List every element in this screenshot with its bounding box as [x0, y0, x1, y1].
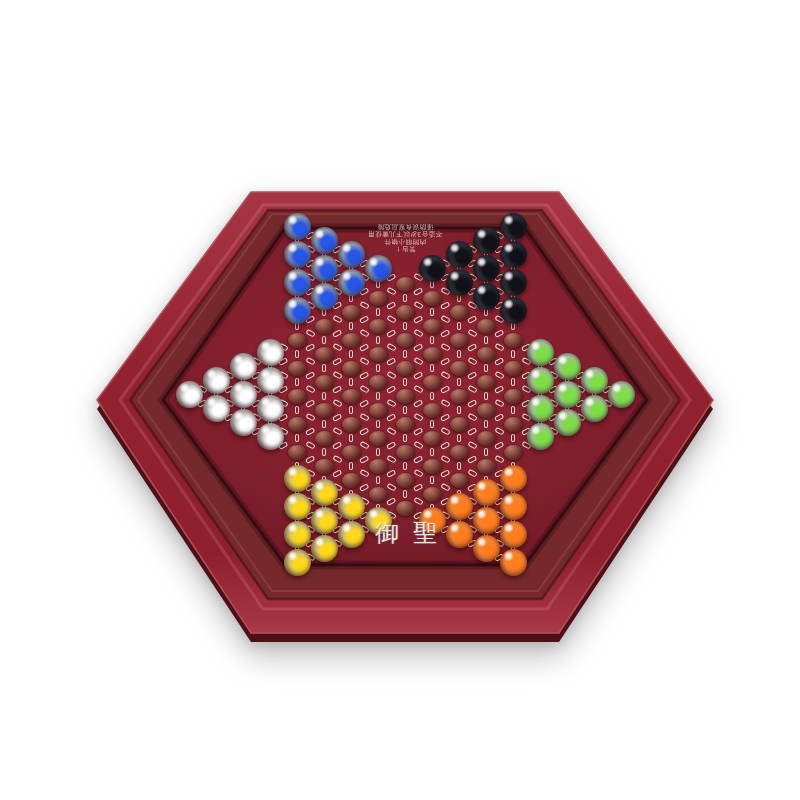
board-hole[interactable] [396, 445, 415, 460]
hole-connector-dash [360, 329, 370, 337]
hole-connector-dash [403, 490, 408, 499]
marble-black[interactable] [473, 283, 500, 310]
board-hole[interactable] [315, 375, 334, 390]
hole-connector-dash [376, 308, 381, 317]
hole-connector-dash [333, 427, 343, 435]
hole-connector-dash [306, 399, 316, 407]
board-hole[interactable] [477, 375, 496, 390]
board-hole[interactable] [396, 389, 415, 404]
board-hole[interactable] [369, 347, 388, 362]
hole-connector-dash [306, 371, 316, 379]
hole-connector-dash [360, 469, 370, 477]
hole-connector-dash [333, 357, 343, 365]
hole-connector-dash [322, 364, 327, 373]
marble-orange[interactable] [500, 493, 527, 520]
hole-connector-dash [306, 343, 316, 351]
board-hole[interactable] [504, 445, 523, 460]
marble-white[interactable] [203, 367, 230, 394]
board-hole[interactable] [423, 291, 442, 306]
hole-connector-dash [414, 441, 424, 449]
marble-blue[interactable] [311, 255, 338, 282]
board-hole[interactable] [315, 403, 334, 418]
hole-connector-dash [468, 315, 478, 323]
hole-connector-dash [430, 448, 435, 457]
hole-connector-dash [306, 385, 316, 393]
hole-connector-dash [441, 441, 451, 449]
marble-orange[interactable] [500, 549, 527, 576]
marble-white[interactable] [230, 381, 257, 408]
marble-black[interactable] [473, 255, 500, 282]
marble-yellow[interactable] [284, 465, 311, 492]
marble-black[interactable] [500, 241, 527, 268]
hole-connector-dash [387, 357, 397, 365]
hole-connector-dash [495, 343, 505, 351]
hole-connector-dash [414, 455, 424, 463]
hole-connector-dash [414, 427, 424, 435]
marble-white[interactable] [257, 367, 284, 394]
marble-white[interactable] [230, 409, 257, 436]
board-hole[interactable] [342, 333, 361, 348]
hole-connector-dash [495, 413, 505, 421]
board-hole[interactable] [450, 305, 469, 320]
hole-connector-dash [484, 364, 489, 373]
hole-connector-dash [414, 343, 424, 351]
hole-connector-dash [306, 427, 316, 435]
board-hole[interactable] [477, 319, 496, 334]
marble-orange[interactable] [446, 493, 473, 520]
board-hole[interactable] [450, 333, 469, 348]
board-hole[interactable] [315, 347, 334, 362]
hole-connector-dash [414, 315, 424, 323]
marble-black[interactable] [500, 269, 527, 296]
marble-green[interactable] [554, 381, 581, 408]
marble-green[interactable] [527, 367, 554, 394]
marble-yellow[interactable] [338, 493, 365, 520]
hole-connector-dash [441, 385, 451, 393]
board-hole[interactable] [423, 347, 442, 362]
marble-orange[interactable] [473, 479, 500, 506]
marble-white[interactable] [230, 353, 257, 380]
board-hole[interactable] [369, 319, 388, 334]
hole-connector-dash [457, 378, 462, 387]
play-layer [0, 0, 800, 800]
hole-connector-dash [441, 329, 451, 337]
board-hole[interactable] [342, 305, 361, 320]
board-hole[interactable] [504, 361, 523, 376]
board-hole[interactable] [396, 501, 415, 516]
board-hole[interactable] [315, 431, 334, 446]
hole-connector-dash [387, 371, 397, 379]
board-hole[interactable] [288, 333, 307, 348]
marble-green[interactable] [554, 409, 581, 436]
hole-connector-dash [360, 371, 370, 379]
board-hole[interactable] [342, 389, 361, 404]
hole-connector-dash [414, 399, 424, 407]
hole-connector-dash [360, 343, 370, 351]
hole-connector-dash [387, 427, 397, 435]
marble-green[interactable] [527, 395, 554, 422]
board-hole[interactable] [396, 361, 415, 376]
hole-connector-dash [360, 399, 370, 407]
marble-green[interactable] [608, 381, 635, 408]
board-hole[interactable] [342, 417, 361, 432]
hole-connector-dash [403, 378, 408, 387]
hole-connector-dash [484, 392, 489, 401]
board-hole[interactable] [288, 389, 307, 404]
board-hole[interactable] [450, 445, 469, 460]
hole-connector-dash [468, 469, 478, 477]
board-hole[interactable] [288, 445, 307, 460]
board-hole[interactable] [477, 431, 496, 446]
board-hole[interactable] [423, 319, 442, 334]
hole-connector-dash [376, 476, 381, 485]
hole-connector-dash [387, 455, 397, 463]
hole-connector-dash [511, 378, 516, 387]
hole-connector-dash [414, 329, 424, 337]
hole-connector-dash [360, 441, 370, 449]
board-hole[interactable] [450, 389, 469, 404]
hole-connector-dash [430, 476, 435, 485]
hole-connector-dash [333, 329, 343, 337]
board-hole[interactable] [504, 389, 523, 404]
hole-connector-dash [441, 357, 451, 365]
safety-warning-text: 警告！ 内附细小物件 不适合3岁以下儿童使用 谨防误食窒息危险 [325, 220, 485, 252]
hole-connector-dash [349, 350, 354, 359]
hole-connector-dash [403, 294, 408, 303]
board-hole[interactable] [369, 291, 388, 306]
board-hole[interactable] [396, 277, 415, 292]
hole-connector-dash [414, 357, 424, 365]
marble-blue[interactable] [311, 283, 338, 310]
hole-connector-dash [468, 413, 478, 421]
hole-connector-dash [457, 434, 462, 443]
board-hole[interactable] [369, 487, 388, 502]
hole-connector-dash [387, 315, 397, 323]
warning-line: 内附细小物件 [325, 237, 485, 244]
hole-connector-dash [441, 413, 451, 421]
hole-connector-dash [511, 406, 516, 415]
marble-white[interactable] [257, 339, 284, 366]
board-hole[interactable] [396, 305, 415, 320]
hole-connector-dash [441, 469, 451, 477]
marble-green[interactable] [527, 423, 554, 450]
marble-blue[interactable] [365, 255, 392, 282]
hole-connector-dash [468, 357, 478, 365]
hole-connector-dash [306, 357, 316, 365]
board-hole[interactable] [423, 459, 442, 474]
hole-connector-dash [441, 427, 451, 435]
marble-green[interactable] [554, 353, 581, 380]
hole-connector-dash [387, 385, 397, 393]
hole-connector-dash [349, 434, 354, 443]
hole-connector-dash [387, 343, 397, 351]
marble-black[interactable] [500, 297, 527, 324]
hole-connector-dash [484, 420, 489, 429]
marble-white[interactable] [176, 381, 203, 408]
marble-orange[interactable] [500, 465, 527, 492]
marble-yellow[interactable] [311, 479, 338, 506]
hole-connector-dash [333, 399, 343, 407]
hole-connector-dash [484, 336, 489, 345]
hole-connector-dash [414, 301, 424, 309]
board-hole[interactable] [423, 375, 442, 390]
hole-connector-dash [414, 385, 424, 393]
marble-white[interactable] [257, 395, 284, 422]
hole-connector-dash [414, 371, 424, 379]
hole-connector-dash [333, 315, 343, 323]
board-hole[interactable] [396, 417, 415, 432]
hole-connector-dash [468, 371, 478, 379]
hole-connector-dash [322, 448, 327, 457]
hole-connector-dash [468, 427, 478, 435]
hole-connector-dash [349, 462, 354, 471]
hole-connector-dash [387, 497, 397, 505]
hole-connector-dash [495, 441, 505, 449]
board-hole[interactable] [423, 431, 442, 446]
hole-connector-dash [333, 343, 343, 351]
hole-connector-dash [387, 441, 397, 449]
hole-connector-dash [403, 350, 408, 359]
hole-connector-dash [349, 378, 354, 387]
hole-connector-dash [441, 399, 451, 407]
hole-connector-dash [387, 287, 397, 295]
board-hole[interactable] [504, 333, 523, 348]
hole-connector-dash [511, 350, 516, 359]
warning-line: 谨防误食窒息危险 [325, 222, 485, 229]
marble-blue[interactable] [338, 269, 365, 296]
hole-connector-dash [495, 357, 505, 365]
board-hole[interactable] [423, 403, 442, 418]
marble-black[interactable] [500, 213, 527, 240]
hole-connector-dash [441, 483, 451, 491]
board-hole[interactable] [288, 361, 307, 376]
hole-connector-dash [441, 455, 451, 463]
hole-connector-dash [457, 462, 462, 471]
hole-connector-dash [376, 336, 381, 345]
hole-connector-dash [511, 434, 516, 443]
brand-logo: 御聖 [306, 517, 506, 549]
hole-connector-dash [306, 441, 316, 449]
hole-connector-dash [414, 483, 424, 491]
hole-connector-dash [430, 392, 435, 401]
hole-connector-dash [376, 364, 381, 373]
hole-connector-dash [495, 329, 505, 337]
board-hole[interactable] [504, 417, 523, 432]
hole-connector-dash [322, 392, 327, 401]
board-hole[interactable] [369, 431, 388, 446]
hole-connector-dash [387, 329, 397, 337]
board-hole[interactable] [369, 459, 388, 474]
marble-blue[interactable] [284, 297, 311, 324]
hole-connector-dash [360, 483, 370, 491]
hole-connector-dash [468, 441, 478, 449]
hole-connector-dash [457, 406, 462, 415]
hole-connector-dash [441, 371, 451, 379]
board-hole[interactable] [342, 445, 361, 460]
hole-connector-dash [468, 385, 478, 393]
hole-connector-dash [441, 301, 451, 309]
hole-connector-dash [441, 315, 451, 323]
hole-connector-dash [306, 329, 316, 337]
warning-line: 不适合3岁以下儿童使用 [325, 230, 485, 237]
marble-blue[interactable] [284, 269, 311, 296]
board-hole[interactable] [288, 417, 307, 432]
hole-connector-dash [495, 385, 505, 393]
board-hole[interactable] [477, 459, 496, 474]
hole-connector-dash [387, 301, 397, 309]
marble-yellow[interactable] [284, 549, 311, 576]
hole-connector-dash [495, 371, 505, 379]
hole-connector-dash [387, 483, 397, 491]
hole-connector-dash [376, 392, 381, 401]
hole-connector-dash [360, 301, 370, 309]
hole-connector-dash [333, 441, 343, 449]
hole-connector-dash [387, 399, 397, 407]
marble-green[interactable] [581, 367, 608, 394]
hole-connector-dash [468, 399, 478, 407]
board-hole[interactable] [450, 417, 469, 432]
hole-connector-dash [333, 385, 343, 393]
hole-connector-dash [360, 413, 370, 421]
hole-connector-dash [322, 336, 327, 345]
hole-connector-dash [484, 448, 489, 457]
hole-connector-dash [295, 378, 300, 387]
hole-connector-dash [333, 455, 343, 463]
hole-connector-dash [360, 455, 370, 463]
marble-green[interactable] [527, 339, 554, 366]
hole-connector-dash [403, 406, 408, 415]
marble-blue[interactable] [284, 213, 311, 240]
board-hole[interactable] [342, 361, 361, 376]
board-hole[interactable] [450, 361, 469, 376]
hole-connector-dash [295, 434, 300, 443]
marble-blue[interactable] [284, 241, 311, 268]
board-hole[interactable] [315, 459, 334, 474]
hole-connector-dash [349, 406, 354, 415]
board-hole[interactable] [423, 487, 442, 502]
hole-connector-dash [376, 448, 381, 457]
hole-connector-dash [306, 413, 316, 421]
hole-connector-dash [295, 350, 300, 359]
hole-connector-dash [403, 462, 408, 471]
hole-connector-dash [414, 497, 424, 505]
hole-connector-dash [322, 420, 327, 429]
hole-connector-dash [430, 336, 435, 345]
hole-connector-dash [414, 469, 424, 477]
board-hole[interactable] [396, 333, 415, 348]
hole-connector-dash [403, 322, 408, 331]
hole-connector-dash [430, 420, 435, 429]
hole-connector-dash [387, 469, 397, 477]
hole-connector-dash [360, 315, 370, 323]
board-hole[interactable] [477, 347, 496, 362]
board-hole[interactable] [315, 319, 334, 334]
marble-black[interactable] [419, 255, 446, 282]
marble-yellow[interactable] [284, 493, 311, 520]
board-hole[interactable] [450, 473, 469, 488]
hole-connector-dash [333, 413, 343, 421]
hole-connector-dash [441, 343, 451, 351]
hole-connector-dash [495, 399, 505, 407]
marble-white[interactable] [257, 423, 284, 450]
hole-connector-dash [468, 343, 478, 351]
board-hole[interactable] [369, 375, 388, 390]
hole-connector-dash [360, 385, 370, 393]
hole-connector-dash [430, 364, 435, 373]
hole-connector-dash [495, 427, 505, 435]
photo-stage: 警告！ 内附细小物件 不适合3岁以下儿童使用 谨防误食窒息危险 御聖 [0, 0, 800, 800]
marble-white[interactable] [203, 395, 230, 422]
hole-connector-dash [414, 413, 424, 421]
hole-connector-dash [457, 350, 462, 359]
board-hole[interactable] [477, 403, 496, 418]
marble-black[interactable] [446, 269, 473, 296]
hole-connector-dash [376, 420, 381, 429]
board-hole[interactable] [342, 473, 361, 488]
hole-connector-dash [468, 455, 478, 463]
hole-connector-dash [360, 357, 370, 365]
hole-connector-dash [495, 455, 505, 463]
hole-connector-dash [414, 287, 424, 295]
hole-connector-dash [457, 322, 462, 331]
hole-connector-dash [387, 413, 397, 421]
hole-connector-dash [349, 322, 354, 331]
warning-line: 警告！ [325, 245, 485, 252]
hole-connector-dash [333, 371, 343, 379]
hole-connector-dash [360, 427, 370, 435]
hole-connector-dash [295, 406, 300, 415]
board-hole[interactable] [369, 403, 388, 418]
hole-connector-dash [333, 469, 343, 477]
marble-green[interactable] [581, 395, 608, 422]
hole-connector-dash [468, 329, 478, 337]
hole-connector-dash [403, 434, 408, 443]
hole-connector-dash [430, 308, 435, 317]
hole-connector-dash [306, 455, 316, 463]
board-hole[interactable] [396, 473, 415, 488]
